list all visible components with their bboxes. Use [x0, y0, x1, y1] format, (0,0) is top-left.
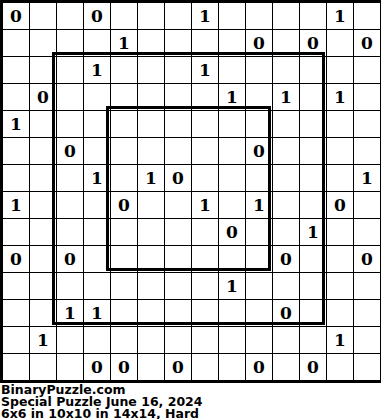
cell-empty[interactable]: [138, 192, 164, 218]
cell-empty[interactable]: [192, 84, 218, 110]
cell-empty[interactable]: [138, 300, 164, 326]
cell-empty[interactable]: [111, 111, 137, 137]
cell-empty[interactable]: [219, 354, 245, 380]
cell-empty[interactable]: [246, 327, 272, 353]
cell-empty[interactable]: [273, 3, 299, 29]
cell-empty[interactable]: [30, 300, 56, 326]
cell-empty[interactable]: [30, 165, 56, 191]
cell-given: 0: [246, 138, 272, 164]
cell-empty[interactable]: [192, 111, 218, 137]
cell-given: 1: [30, 327, 56, 353]
cell-empty[interactable]: [300, 57, 326, 83]
cell-empty[interactable]: [300, 111, 326, 137]
cell-empty[interactable]: [219, 3, 245, 29]
cell-empty[interactable]: [165, 246, 191, 272]
cell-empty[interactable]: [84, 273, 110, 299]
cell-given: 0: [111, 354, 137, 380]
cell-empty[interactable]: [165, 3, 191, 29]
cell-empty[interactable]: [30, 57, 56, 83]
cell-empty[interactable]: [192, 138, 218, 164]
cell-given: 0: [246, 354, 272, 380]
cell-given: 0: [300, 30, 326, 56]
cell-empty[interactable]: [354, 219, 380, 245]
cell-empty[interactable]: [246, 84, 272, 110]
cell-given: 0: [273, 300, 299, 326]
cell-given: 1: [192, 192, 218, 218]
cell-empty[interactable]: [165, 57, 191, 83]
cell-empty[interactable]: [192, 219, 218, 245]
cell-empty[interactable]: [246, 57, 272, 83]
cell-given: 0: [3, 246, 29, 272]
cell-empty[interactable]: [300, 3, 326, 29]
cell-empty[interactable]: [84, 30, 110, 56]
cell-empty[interactable]: [57, 273, 83, 299]
puzzle-variant: 6x6 in 10x10 in 14x14, Hard: [1, 408, 380, 419]
cell-empty[interactable]: [111, 3, 137, 29]
cell-given: 1: [246, 192, 272, 218]
cell-given: 1: [3, 111, 29, 137]
cell-empty[interactable]: [165, 30, 191, 56]
cell-empty[interactable]: [30, 354, 56, 380]
puzzle-caption: BinaryPuzzle.com Special Puzzle June 16,…: [0, 383, 381, 419]
cell-empty[interactable]: [30, 30, 56, 56]
cell-empty[interactable]: [327, 30, 353, 56]
cell-empty[interactable]: [300, 84, 326, 110]
cell-empty[interactable]: [354, 327, 380, 353]
cell-empty[interactable]: [84, 219, 110, 245]
puzzle-board-wrap: 0011100011011110011011011001000011101100…: [0, 0, 381, 383]
cell-empty[interactable]: [192, 165, 218, 191]
cell-empty[interactable]: [165, 84, 191, 110]
cell-given: 1: [192, 57, 218, 83]
cell-empty[interactable]: [300, 138, 326, 164]
cell-empty[interactable]: [138, 57, 164, 83]
cell-empty[interactable]: [3, 300, 29, 326]
cell-given: 0: [165, 165, 191, 191]
cell-empty[interactable]: [57, 165, 83, 191]
cell-empty[interactable]: [3, 165, 29, 191]
cell-empty[interactable]: [300, 165, 326, 191]
cell-empty[interactable]: [30, 219, 56, 245]
cell-empty[interactable]: [57, 192, 83, 218]
cell-given: 0: [84, 354, 110, 380]
cell-empty[interactable]: [138, 327, 164, 353]
cell-empty[interactable]: [138, 84, 164, 110]
cell-empty[interactable]: [84, 111, 110, 137]
cell-empty[interactable]: [300, 300, 326, 326]
cell-empty[interactable]: [57, 219, 83, 245]
cell-given: 1: [192, 3, 218, 29]
cell-empty[interactable]: [327, 165, 353, 191]
cell-empty[interactable]: [219, 57, 245, 83]
cell-empty[interactable]: [300, 327, 326, 353]
cell-empty[interactable]: [30, 3, 56, 29]
cell-empty[interactable]: [57, 30, 83, 56]
cell-empty[interactable]: [354, 354, 380, 380]
cell-empty[interactable]: [354, 138, 380, 164]
cell-empty[interactable]: [327, 57, 353, 83]
cell-empty[interactable]: [192, 273, 218, 299]
cell-empty[interactable]: [3, 327, 29, 353]
cell-empty[interactable]: [3, 138, 29, 164]
cell-empty[interactable]: [219, 138, 245, 164]
cell-given: 1: [3, 192, 29, 218]
cell-empty[interactable]: [273, 354, 299, 380]
cell-given: 0: [84, 3, 110, 29]
cell-given: 1: [57, 300, 83, 326]
cell-empty[interactable]: [354, 57, 380, 83]
cell-given: 0: [57, 138, 83, 164]
cell-empty[interactable]: [3, 354, 29, 380]
cell-empty[interactable]: [300, 246, 326, 272]
cell-given: 1: [84, 300, 110, 326]
cell-empty[interactable]: [246, 111, 272, 137]
cell-empty[interactable]: [111, 138, 137, 164]
cell-empty[interactable]: [138, 111, 164, 137]
cell-empty[interactable]: [246, 165, 272, 191]
cell-empty[interactable]: [111, 273, 137, 299]
cell-empty[interactable]: [354, 111, 380, 137]
cell-empty[interactable]: [354, 84, 380, 110]
cell-given: 0: [165, 354, 191, 380]
cell-empty[interactable]: [111, 57, 137, 83]
cell-empty[interactable]: [84, 327, 110, 353]
cell-empty[interactable]: [246, 273, 272, 299]
cell-empty[interactable]: [192, 30, 218, 56]
cell-empty[interactable]: [273, 138, 299, 164]
cell-given: 1: [219, 84, 245, 110]
cell-given: 1: [354, 165, 380, 191]
cell-empty[interactable]: [246, 219, 272, 245]
cell-empty[interactable]: [219, 246, 245, 272]
cell-empty[interactable]: [354, 300, 380, 326]
cell-empty[interactable]: [111, 84, 137, 110]
cell-empty[interactable]: [111, 219, 137, 245]
cell-empty[interactable]: [327, 354, 353, 380]
cell-given: 0: [57, 246, 83, 272]
cell-empty[interactable]: [30, 192, 56, 218]
cell-empty[interactable]: [138, 3, 164, 29]
cell-empty[interactable]: [138, 219, 164, 245]
cell-empty[interactable]: [57, 354, 83, 380]
cell-given: 0: [246, 30, 272, 56]
cell-empty[interactable]: [327, 111, 353, 137]
cell-given: 0: [111, 192, 137, 218]
cell-empty[interactable]: [327, 246, 353, 272]
cell-given: 1: [273, 84, 299, 110]
cell-empty[interactable]: [3, 57, 29, 83]
cell-given: 1: [327, 327, 353, 353]
cell-empty[interactable]: [273, 192, 299, 218]
cell-empty[interactable]: [246, 246, 272, 272]
cell-given: 0: [3, 3, 29, 29]
cell-empty[interactable]: [192, 246, 218, 272]
binary-puzzle-grid: 0011100011011110011011011001000011101100…: [0, 0, 381, 383]
cell-empty[interactable]: [273, 111, 299, 137]
cell-empty[interactable]: [300, 192, 326, 218]
cell-empty[interactable]: [3, 84, 29, 110]
cell-empty[interactable]: [3, 30, 29, 56]
cell-empty[interactable]: [84, 246, 110, 272]
cell-empty[interactable]: [138, 273, 164, 299]
cell-given: 0: [30, 84, 56, 110]
cell-empty[interactable]: [300, 273, 326, 299]
cell-empty[interactable]: [327, 138, 353, 164]
cell-given: 0: [327, 192, 353, 218]
cell-empty[interactable]: [57, 57, 83, 83]
cell-empty[interactable]: [111, 165, 137, 191]
cell-empty[interactable]: [354, 192, 380, 218]
cell-given: 0: [354, 246, 380, 272]
cell-empty[interactable]: [57, 111, 83, 137]
cell-given: 1: [138, 165, 164, 191]
cell-empty[interactable]: [138, 30, 164, 56]
cell-empty[interactable]: [57, 84, 83, 110]
cell-empty[interactable]: [165, 111, 191, 137]
cell-given: 0: [219, 219, 245, 245]
cell-empty[interactable]: [138, 138, 164, 164]
cell-empty[interactable]: [219, 192, 245, 218]
cell-empty[interactable]: [111, 327, 137, 353]
cell-empty[interactable]: [273, 273, 299, 299]
cell-empty[interactable]: [30, 111, 56, 137]
cell-given: 1: [84, 165, 110, 191]
cell-empty[interactable]: [165, 219, 191, 245]
cell-empty[interactable]: [111, 246, 137, 272]
cell-given: 1: [111, 30, 137, 56]
cell-given: 0: [300, 354, 326, 380]
cell-empty[interactable]: [273, 57, 299, 83]
cell-empty[interactable]: [219, 30, 245, 56]
cell-given: 0: [354, 30, 380, 56]
cell-empty[interactable]: [30, 138, 56, 164]
cell-given: 0: [273, 246, 299, 272]
cell-empty[interactable]: [165, 273, 191, 299]
cell-empty[interactable]: [273, 327, 299, 353]
cell-empty[interactable]: [192, 300, 218, 326]
cell-empty[interactable]: [327, 273, 353, 299]
cell-empty[interactable]: [219, 111, 245, 137]
cell-empty[interactable]: [354, 273, 380, 299]
cell-empty[interactable]: [165, 327, 191, 353]
cell-empty[interactable]: [327, 300, 353, 326]
cell-empty[interactable]: [165, 138, 191, 164]
cell-empty[interactable]: [354, 3, 380, 29]
cell-empty[interactable]: [273, 219, 299, 245]
cell-given: 1: [327, 3, 353, 29]
cell-empty[interactable]: [57, 327, 83, 353]
cell-empty[interactable]: [30, 246, 56, 272]
cell-empty[interactable]: [327, 219, 353, 245]
cell-empty[interactable]: [273, 30, 299, 56]
cell-empty[interactable]: [3, 219, 29, 245]
cell-empty[interactable]: [246, 3, 272, 29]
cell-empty[interactable]: [57, 3, 83, 29]
cell-empty[interactable]: [219, 327, 245, 353]
cell-given: 1: [84, 57, 110, 83]
cell-empty[interactable]: [111, 300, 137, 326]
cell-empty[interactable]: [138, 354, 164, 380]
cell-given: 1: [300, 219, 326, 245]
cell-empty[interactable]: [165, 192, 191, 218]
cell-empty[interactable]: [165, 300, 191, 326]
cell-empty[interactable]: [192, 354, 218, 380]
cell-given: 1: [327, 84, 353, 110]
cell-empty[interactable]: [30, 273, 56, 299]
cell-empty[interactable]: [3, 273, 29, 299]
cell-empty[interactable]: [219, 300, 245, 326]
cell-empty[interactable]: [84, 138, 110, 164]
cell-empty[interactable]: [84, 84, 110, 110]
cell-empty[interactable]: [219, 165, 245, 191]
cell-empty[interactable]: [192, 327, 218, 353]
cell-empty[interactable]: [246, 300, 272, 326]
cell-given: 1: [219, 273, 245, 299]
cell-empty[interactable]: [273, 165, 299, 191]
cell-empty[interactable]: [84, 192, 110, 218]
cell-empty[interactable]: [138, 246, 164, 272]
